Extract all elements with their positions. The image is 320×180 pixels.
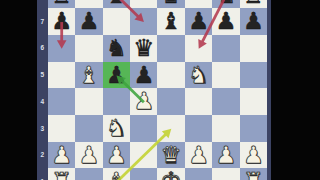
square-f6[interactable]	[185, 35, 212, 62]
board: ♜♝♚♞♜♟♟♝♟♟♟♞♛♝♟♟♞♟♞♟♟♟♛♟♟♟♜♝♚♜	[48, 0, 267, 180]
piece-black-pawn[interactable]: ♟	[133, 62, 154, 89]
piece-black-pawn[interactable]: ♟	[106, 62, 127, 89]
square-d3[interactable]	[130, 115, 157, 142]
square-g5[interactable]	[212, 62, 239, 89]
piece-black-queen[interactable]: ♛	[133, 35, 154, 62]
square-e2[interactable]: ♛	[157, 142, 184, 169]
square-a7[interactable]: ♟	[48, 8, 75, 35]
square-h7[interactable]: ♟	[240, 8, 267, 35]
rank-label-2: 2	[37, 151, 48, 158]
square-f7[interactable]: ♟	[185, 8, 212, 35]
piece-white-pawn[interactable]: ♟	[188, 142, 209, 169]
square-d8[interactable]	[130, 0, 157, 8]
square-g1[interactable]	[212, 168, 239, 180]
square-e4[interactable]	[157, 88, 184, 115]
rank-label-1: 1	[37, 178, 48, 180]
piece-black-pawn[interactable]: ♟	[188, 8, 209, 35]
square-e5[interactable]	[157, 62, 184, 89]
square-d1[interactable]	[130, 168, 157, 180]
piece-white-bishop[interactable]: ♝	[106, 168, 127, 180]
rank-label-4: 4	[37, 98, 48, 105]
square-h1[interactable]: ♜	[240, 168, 267, 180]
square-c5[interactable]: ♟	[103, 62, 130, 89]
piece-white-pawn[interactable]: ♟	[78, 142, 99, 169]
square-g2[interactable]: ♟	[212, 142, 239, 169]
square-d2[interactable]	[130, 142, 157, 169]
square-b4[interactable]	[75, 88, 102, 115]
square-g6[interactable]	[212, 35, 239, 62]
piece-white-bishop[interactable]: ♝	[78, 62, 99, 89]
square-d5[interactable]: ♟	[130, 62, 157, 89]
piece-black-pawn[interactable]: ♟	[51, 8, 72, 35]
square-f4[interactable]	[185, 88, 212, 115]
square-h6[interactable]	[240, 35, 267, 62]
square-b6[interactable]	[75, 35, 102, 62]
square-e7[interactable]: ♝	[157, 8, 184, 35]
square-a5[interactable]	[48, 62, 75, 89]
square-a6[interactable]	[48, 35, 75, 62]
square-c3[interactable]: ♞	[103, 115, 130, 142]
rank-label-3: 3	[37, 125, 48, 132]
piece-white-knight[interactable]: ♞	[188, 62, 209, 89]
rank-label-5: 5	[37, 71, 48, 78]
square-e1[interactable]: ♚	[157, 168, 184, 180]
square-h2[interactable]: ♟	[240, 142, 267, 169]
square-d4[interactable]: ♟	[130, 88, 157, 115]
letterbox-right	[271, 0, 320, 180]
square-d7[interactable]	[130, 8, 157, 35]
piece-white-pawn[interactable]: ♟	[133, 88, 154, 115]
square-e6[interactable]	[157, 35, 184, 62]
square-c4[interactable]	[103, 88, 130, 115]
square-f3[interactable]	[185, 115, 212, 142]
piece-white-rook[interactable]: ♜	[243, 168, 264, 180]
square-h4[interactable]	[240, 88, 267, 115]
piece-white-pawn[interactable]: ♟	[215, 142, 236, 169]
square-b1[interactable]	[75, 168, 102, 180]
square-a4[interactable]	[48, 88, 75, 115]
piece-white-pawn[interactable]: ♟	[51, 142, 72, 169]
letterbox-left	[0, 0, 37, 180]
piece-black-pawn[interactable]: ♟	[78, 8, 99, 35]
square-f5[interactable]: ♞	[185, 62, 212, 89]
square-b3[interactable]	[75, 115, 102, 142]
square-c1[interactable]: ♝	[103, 168, 130, 180]
video-frame: ♜♝♚♞♜♟♟♝♟♟♟♞♛♝♟♟♞♟♞♟♟♟♛♟♟♟♜♝♚♜ 7654321	[0, 0, 320, 180]
square-h5[interactable]	[240, 62, 267, 89]
square-e3[interactable]	[157, 115, 184, 142]
piece-black-pawn[interactable]: ♟	[243, 8, 264, 35]
square-b5[interactable]: ♝	[75, 62, 102, 89]
piece-black-knight[interactable]: ♞	[106, 35, 127, 62]
square-a2[interactable]: ♟	[48, 142, 75, 169]
piece-white-rook[interactable]: ♜	[51, 168, 72, 180]
square-g3[interactable]	[212, 115, 239, 142]
square-g7[interactable]: ♟	[212, 8, 239, 35]
square-b7[interactable]: ♟	[75, 8, 102, 35]
piece-white-pawn[interactable]: ♟	[106, 142, 127, 169]
square-f2[interactable]: ♟	[185, 142, 212, 169]
piece-white-knight[interactable]: ♞	[106, 115, 127, 142]
piece-white-king[interactable]: ♚	[161, 168, 182, 180]
square-c8[interactable]: ♝	[103, 0, 130, 8]
square-c6[interactable]: ♞	[103, 35, 130, 62]
square-c2[interactable]: ♟	[103, 142, 130, 169]
piece-white-queen[interactable]: ♛	[161, 142, 182, 169]
square-f1[interactable]	[185, 168, 212, 180]
square-h3[interactable]	[240, 115, 267, 142]
square-c7[interactable]	[103, 8, 130, 35]
piece-white-pawn[interactable]: ♟	[243, 142, 264, 169]
square-g4[interactable]	[212, 88, 239, 115]
square-a3[interactable]	[48, 115, 75, 142]
square-d6[interactable]: ♛	[130, 35, 157, 62]
rank-label-6: 6	[37, 44, 48, 51]
square-b2[interactable]: ♟	[75, 142, 102, 169]
piece-black-bishop[interactable]: ♝	[106, 0, 127, 8]
piece-black-pawn[interactable]: ♟	[215, 8, 236, 35]
rank-label-7: 7	[37, 18, 48, 25]
piece-black-bishop[interactable]: ♝	[161, 8, 182, 35]
square-a1[interactable]: ♜	[48, 168, 75, 180]
